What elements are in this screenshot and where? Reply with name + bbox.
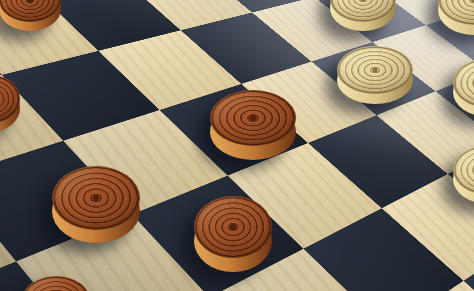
- piece-top-rings: [21, 276, 91, 291]
- checker-piece-dark-wood: [0, 0, 61, 31]
- piece-top-rings: [210, 90, 296, 146]
- piece-top-rings: [337, 46, 413, 94]
- checker-piece-light-wood: [453, 145, 474, 204]
- checker-piece-light-wood: [438, 0, 474, 35]
- checker-piece-light-wood: [453, 58, 474, 117]
- piece-top-rings: [52, 166, 140, 230]
- piece-top-rings: [194, 196, 272, 258]
- checker-piece-dark-wood: [0, 75, 20, 132]
- checker-piece-dark-wood: [210, 90, 296, 160]
- checker-piece-dark-wood: [194, 196, 272, 272]
- checker-piece-light-wood: [330, 0, 396, 31]
- checker-piece-dark-wood: [52, 166, 140, 243]
- checker-piece-dark-wood: [21, 276, 91, 291]
- checkers-board-photo: [0, 0, 474, 291]
- checker-piece-light-wood: [337, 46, 413, 104]
